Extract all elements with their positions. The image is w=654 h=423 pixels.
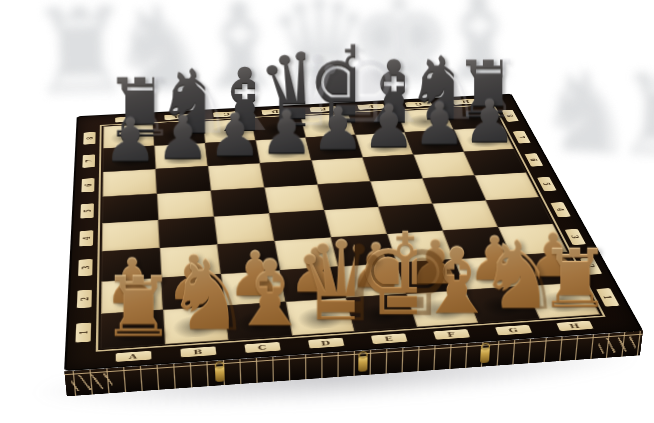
brass-latch-1 [215, 366, 225, 382]
square-g5[interactable] [423, 175, 486, 203]
file-label-front-C: C [244, 342, 280, 353]
black-pawn-h7[interactable]: ♟ [463, 95, 514, 150]
square-c5[interactable] [211, 187, 269, 216]
rank-label-left-2: 2 [77, 289, 92, 308]
rank-label-left-6: 6 [81, 178, 94, 192]
rank-label-right-6: 6 [524, 153, 543, 166]
brass-latch-2 [358, 356, 367, 372]
square-f6[interactable] [363, 155, 423, 182]
rank-label-left-7: 7 [82, 154, 95, 167]
rank-label-right-4: 4 [550, 202, 570, 217]
square-c6[interactable] [208, 163, 264, 190]
square-h6[interactable] [464, 149, 526, 175]
square-c7[interactable]: ♟ [205, 140, 260, 166]
file-label-front-G: G [494, 325, 531, 336]
file-label-front-B: B [180, 346, 216, 357]
chess-board: ♜♞♝♛♚♝♞♜♟♟♟♟♟♟♟♟♟♟♟♟♟♟♟♟♜♞♝♛♚♝♞♜ 88AA77B… [64, 94, 643, 371]
square-b6[interactable] [156, 166, 211, 194]
rank-label-left-8: 8 [83, 132, 95, 145]
brass-latch-3 [480, 347, 490, 363]
square-a6[interactable] [103, 169, 157, 197]
square-a7[interactable]: ♟ [103, 146, 156, 172]
rank-label-left-1: 1 [75, 322, 91, 342]
scene: ♜♞♝♛♚♝♞♜♟♟♟♟♟♟♟♟♟♟♟♟♟♟♟♟♜♞♝♛♚♝♞♜ 88AA77B… [74, 0, 574, 423]
chess-set-photo: ♜♞♝♛♚♝ ♞♜ ♜♞♝♛♚♝♞♜♟♟♟♟♟♟♟♟♟♟♟♟♟♟♟♟♜♞♝♛♚♝… [0, 0, 654, 423]
square-d6[interactable] [260, 160, 318, 187]
square-h5[interactable] [475, 172, 539, 200]
square-f5[interactable] [370, 178, 432, 206]
file-label-front-H: H [556, 321, 593, 331]
square-e5[interactable] [318, 181, 379, 210]
square-d5[interactable] [264, 184, 324, 213]
black-pawn-d7[interactable]: ♟ [260, 105, 312, 160]
square-b7[interactable]: ♟ [154, 143, 208, 169]
square-e7[interactable]: ♟ [306, 135, 363, 160]
file-label-front-E: E [370, 333, 407, 344]
rank-label-left-4: 4 [79, 230, 93, 246]
rank-label-right-5: 5 [537, 177, 557, 191]
white-rook-a1[interactable]: ♜ [101, 268, 165, 345]
square-a1[interactable]: ♜ [101, 310, 165, 349]
black-pawn-f7[interactable]: ♟ [362, 100, 413, 155]
black-pawn-b7[interactable]: ♟ [156, 111, 208, 167]
file-label-front-A: A [115, 351, 151, 362]
corner-carving-left [71, 373, 113, 391]
file-label-front-D: D [307, 338, 343, 349]
corner-carving-right [598, 336, 637, 354]
black-pawn-c7[interactable]: ♟ [208, 108, 260, 164]
square-e6[interactable] [311, 157, 370, 184]
file-label-front-F: F [433, 329, 470, 340]
rank-label-left-3: 3 [78, 259, 93, 276]
black-pawn-e7[interactable]: ♟ [311, 103, 363, 158]
square-b5[interactable] [157, 191, 214, 220]
black-pawn-g7[interactable]: ♟ [413, 97, 464, 152]
black-pawn-a7[interactable]: ♟ [103, 114, 155, 170]
square-d7[interactable]: ♟ [256, 138, 312, 164]
square-a5[interactable] [102, 194, 158, 224]
rank-label-left-5: 5 [80, 203, 94, 218]
